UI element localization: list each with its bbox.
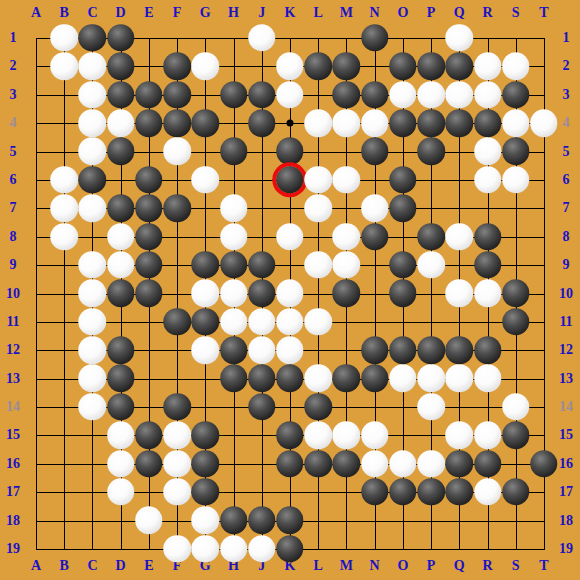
intersection-J6[interactable]	[248, 166, 276, 194]
intersection-M3[interactable]	[332, 81, 360, 109]
intersection-J18[interactable]	[248, 506, 276, 534]
intersection-H1[interactable]	[219, 24, 247, 52]
white-stone[interactable]	[361, 450, 389, 478]
black-stone[interactable]	[446, 53, 474, 81]
white-stone[interactable]	[50, 194, 78, 222]
intersection-D2[interactable]	[107, 52, 135, 80]
intersection-L4[interactable]	[304, 109, 332, 137]
intersection-J16[interactable]	[248, 449, 276, 477]
intersection-A6[interactable]	[22, 166, 50, 194]
intersection-S2[interactable]	[502, 52, 530, 80]
white-stone[interactable]	[107, 421, 135, 449]
intersection-H18[interactable]	[219, 506, 247, 534]
black-stone[interactable]	[107, 53, 135, 81]
intersection-F10[interactable]	[163, 279, 191, 307]
intersection-Q9[interactable]	[445, 251, 473, 279]
black-stone[interactable]	[135, 280, 163, 308]
black-stone[interactable]	[361, 138, 389, 166]
black-stone[interactable]	[163, 81, 191, 109]
black-stone[interactable]	[446, 478, 474, 506]
intersection-T12[interactable]	[530, 336, 558, 364]
black-stone[interactable]	[248, 365, 276, 393]
intersection-L18[interactable]	[304, 506, 332, 534]
intersection-B6[interactable]	[50, 166, 78, 194]
black-stone[interactable]	[135, 194, 163, 222]
intersection-C18[interactable]	[78, 506, 106, 534]
intersection-G8[interactable]	[191, 222, 219, 250]
intersection-H17[interactable]	[219, 478, 247, 506]
white-stone[interactable]	[417, 81, 445, 109]
intersection-K14[interactable]	[276, 393, 304, 421]
white-stone[interactable]	[333, 223, 361, 251]
intersection-H4[interactable]	[219, 109, 247, 137]
white-stone[interactable]	[220, 535, 248, 563]
black-stone[interactable]	[530, 450, 558, 478]
intersection-Q7[interactable]	[445, 194, 473, 222]
intersection-E15[interactable]	[135, 421, 163, 449]
white-stone[interactable]	[163, 478, 191, 506]
intersection-P1[interactable]	[417, 24, 445, 52]
intersection-A2[interactable]	[22, 52, 50, 80]
black-stone[interactable]	[333, 280, 361, 308]
intersection-T7[interactable]	[530, 194, 558, 222]
intersection-J8[interactable]	[248, 222, 276, 250]
black-stone[interactable]	[248, 251, 276, 279]
intersection-C16[interactable]	[78, 449, 106, 477]
intersection-T19[interactable]	[530, 535, 558, 563]
intersection-F5[interactable]	[163, 137, 191, 165]
black-stone[interactable]	[192, 109, 220, 137]
intersection-F2[interactable]	[163, 52, 191, 80]
intersection-N16[interactable]	[361, 449, 389, 477]
intersection-P10[interactable]	[417, 279, 445, 307]
intersection-L5[interactable]	[304, 137, 332, 165]
intersection-S19[interactable]	[502, 535, 530, 563]
black-stone[interactable]	[248, 109, 276, 137]
intersection-L6[interactable]	[304, 166, 332, 194]
white-stone[interactable]	[417, 365, 445, 393]
intersection-J13[interactable]	[248, 364, 276, 392]
black-stone[interactable]	[220, 251, 248, 279]
black-stone[interactable]	[192, 450, 220, 478]
white-stone[interactable]	[333, 421, 361, 449]
black-stone[interactable]	[248, 280, 276, 308]
black-stone[interactable]	[417, 336, 445, 364]
intersection-R12[interactable]	[473, 336, 501, 364]
intersection-K9[interactable]	[276, 251, 304, 279]
intersection-E11[interactable]	[135, 308, 163, 336]
white-stone[interactable]	[79, 53, 107, 81]
intersection-P3[interactable]	[417, 81, 445, 109]
intersection-B3[interactable]	[50, 81, 78, 109]
intersection-O12[interactable]	[389, 336, 417, 364]
intersection-J1[interactable]	[248, 24, 276, 52]
black-stone[interactable]	[474, 450, 502, 478]
intersection-J17[interactable]	[248, 478, 276, 506]
intersection-F4[interactable]	[163, 109, 191, 137]
intersection-D17[interactable]	[107, 478, 135, 506]
black-stone[interactable]	[135, 421, 163, 449]
intersection-Q18[interactable]	[445, 506, 473, 534]
white-stone[interactable]	[276, 81, 304, 109]
intersection-N4[interactable]	[361, 109, 389, 137]
white-stone[interactable]	[389, 81, 417, 109]
intersection-F11[interactable]	[163, 308, 191, 336]
intersection-G1[interactable]	[191, 24, 219, 52]
intersection-R3[interactable]	[473, 81, 501, 109]
intersection-E18[interactable]	[135, 506, 163, 534]
white-stone[interactable]	[220, 223, 248, 251]
intersection-B19[interactable]	[50, 535, 78, 563]
intersection-L19[interactable]	[304, 535, 332, 563]
intersection-D16[interactable]	[107, 449, 135, 477]
intersection-A17[interactable]	[22, 478, 50, 506]
intersection-R14[interactable]	[473, 393, 501, 421]
intersection-F6[interactable]	[163, 166, 191, 194]
intersection-H19[interactable]	[219, 535, 247, 563]
black-stone[interactable]	[107, 336, 135, 364]
intersection-P13[interactable]	[417, 364, 445, 392]
black-stone[interactable]	[417, 53, 445, 81]
black-stone[interactable]	[107, 365, 135, 393]
intersection-A9[interactable]	[22, 251, 50, 279]
intersection-G2[interactable]	[191, 52, 219, 80]
intersection-C6[interactable]	[78, 166, 106, 194]
intersection-J15[interactable]	[248, 421, 276, 449]
black-stone[interactable]	[163, 308, 191, 336]
intersection-O10[interactable]	[389, 279, 417, 307]
intersection-L14[interactable]	[304, 393, 332, 421]
intersection-N6[interactable]	[361, 166, 389, 194]
intersection-L3[interactable]	[304, 81, 332, 109]
black-stone[interactable]	[192, 478, 220, 506]
intersection-M13[interactable]	[332, 364, 360, 392]
intersection-M19[interactable]	[332, 535, 360, 563]
black-stone[interactable]	[276, 450, 304, 478]
intersection-N9[interactable]	[361, 251, 389, 279]
white-stone[interactable]	[220, 308, 248, 336]
intersection-P9[interactable]	[417, 251, 445, 279]
white-stone[interactable]	[192, 336, 220, 364]
white-stone[interactable]	[474, 53, 502, 81]
intersection-D11[interactable]	[107, 308, 135, 336]
white-stone[interactable]	[79, 194, 107, 222]
intersection-S16[interactable]	[502, 449, 530, 477]
intersection-T13[interactable]	[530, 364, 558, 392]
intersection-O3[interactable]	[389, 81, 417, 109]
intersection-K5[interactable]	[276, 137, 304, 165]
intersection-G10[interactable]	[191, 279, 219, 307]
intersection-A16[interactable]	[22, 449, 50, 477]
intersection-B13[interactable]	[50, 364, 78, 392]
black-stone[interactable]	[389, 53, 417, 81]
intersection-L9[interactable]	[304, 251, 332, 279]
intersection-E16[interactable]	[135, 449, 163, 477]
black-stone[interactable]	[135, 166, 163, 194]
black-stone[interactable]	[220, 138, 248, 166]
intersection-D18[interactable]	[107, 506, 135, 534]
intersection-O2[interactable]	[389, 52, 417, 80]
intersection-C19[interactable]	[78, 535, 106, 563]
white-stone[interactable]	[361, 194, 389, 222]
intersection-N7[interactable]	[361, 194, 389, 222]
intersection-T15[interactable]	[530, 421, 558, 449]
intersection-G4[interactable]	[191, 109, 219, 137]
intersection-A4[interactable]	[22, 109, 50, 137]
intersection-C1[interactable]	[78, 24, 106, 52]
intersection-N11[interactable]	[361, 308, 389, 336]
intersection-C7[interactable]	[78, 194, 106, 222]
intersection-B12[interactable]	[50, 336, 78, 364]
intersection-A7[interactable]	[22, 194, 50, 222]
intersection-M18[interactable]	[332, 506, 360, 534]
white-stone[interactable]	[446, 365, 474, 393]
intersection-N1[interactable]	[361, 24, 389, 52]
intersection-O17[interactable]	[389, 478, 417, 506]
intersection-E8[interactable]	[135, 222, 163, 250]
intersection-F7[interactable]	[163, 194, 191, 222]
intersection-D7[interactable]	[107, 194, 135, 222]
intersection-R13[interactable]	[473, 364, 501, 392]
intersection-Q8[interactable]	[445, 222, 473, 250]
intersection-K10[interactable]	[276, 279, 304, 307]
black-stone[interactable]	[502, 478, 530, 506]
intersection-S17[interactable]	[502, 478, 530, 506]
white-stone[interactable]	[304, 421, 332, 449]
intersection-H11[interactable]	[219, 308, 247, 336]
white-stone[interactable]	[79, 251, 107, 279]
intersection-T8[interactable]	[530, 222, 558, 250]
intersection-Q15[interactable]	[445, 421, 473, 449]
intersection-F14[interactable]	[163, 393, 191, 421]
white-stone[interactable]	[248, 336, 276, 364]
intersection-C2[interactable]	[78, 52, 106, 80]
intersection-P18[interactable]	[417, 506, 445, 534]
intersection-L8[interactable]	[304, 222, 332, 250]
intersection-T11[interactable]	[530, 308, 558, 336]
intersection-S9[interactable]	[502, 251, 530, 279]
black-stone[interactable]	[389, 166, 417, 194]
white-stone[interactable]	[474, 81, 502, 109]
black-stone[interactable]	[163, 393, 191, 421]
black-stone[interactable]	[474, 251, 502, 279]
intersection-A15[interactable]	[22, 421, 50, 449]
black-stone[interactable]	[502, 138, 530, 166]
white-stone[interactable]	[107, 450, 135, 478]
intersection-H2[interactable]	[219, 52, 247, 80]
white-stone[interactable]	[248, 535, 276, 563]
intersection-P8[interactable]	[417, 222, 445, 250]
white-stone[interactable]	[304, 308, 332, 336]
intersection-B15[interactable]	[50, 421, 78, 449]
intersection-M5[interactable]	[332, 137, 360, 165]
intersection-Q11[interactable]	[445, 308, 473, 336]
intersection-H5[interactable]	[219, 137, 247, 165]
intersection-L16[interactable]	[304, 449, 332, 477]
intersection-G19[interactable]	[191, 535, 219, 563]
intersection-J4[interactable]	[248, 109, 276, 137]
intersection-H6[interactable]	[219, 166, 247, 194]
intersection-T2[interactable]	[530, 52, 558, 80]
white-stone[interactable]	[107, 478, 135, 506]
intersection-T17[interactable]	[530, 478, 558, 506]
intersection-O5[interactable]	[389, 137, 417, 165]
intersection-C4[interactable]	[78, 109, 106, 137]
white-stone[interactable]	[361, 109, 389, 137]
intersection-F16[interactable]	[163, 449, 191, 477]
intersection-K8[interactable]	[276, 222, 304, 250]
intersection-Q13[interactable]	[445, 364, 473, 392]
intersection-M7[interactable]	[332, 194, 360, 222]
white-stone[interactable]	[50, 223, 78, 251]
intersection-C13[interactable]	[78, 364, 106, 392]
intersection-T1[interactable]	[530, 24, 558, 52]
white-stone[interactable]	[446, 81, 474, 109]
intersection-F1[interactable]	[163, 24, 191, 52]
white-stone[interactable]	[446, 24, 474, 52]
intersection-D15[interactable]	[107, 421, 135, 449]
intersection-Q1[interactable]	[445, 24, 473, 52]
intersection-D1[interactable]	[107, 24, 135, 52]
black-stone[interactable]	[333, 450, 361, 478]
intersection-O6[interactable]	[389, 166, 417, 194]
intersection-L17[interactable]	[304, 478, 332, 506]
intersection-K17[interactable]	[276, 478, 304, 506]
intersection-B2[interactable]	[50, 52, 78, 80]
black-stone[interactable]	[107, 24, 135, 52]
white-stone[interactable]	[474, 138, 502, 166]
intersection-O8[interactable]	[389, 222, 417, 250]
white-stone[interactable]	[304, 109, 332, 137]
white-stone[interactable]	[276, 308, 304, 336]
white-stone[interactable]	[163, 421, 191, 449]
intersection-A12[interactable]	[22, 336, 50, 364]
black-stone[interactable]	[361, 478, 389, 506]
intersection-N19[interactable]	[361, 535, 389, 563]
intersection-C17[interactable]	[78, 478, 106, 506]
white-stone[interactable]	[192, 535, 220, 563]
intersection-M2[interactable]	[332, 52, 360, 80]
intersection-A11[interactable]	[22, 308, 50, 336]
black-stone[interactable]	[135, 81, 163, 109]
black-stone[interactable]	[333, 53, 361, 81]
intersection-F18[interactable]	[163, 506, 191, 534]
intersection-F12[interactable]	[163, 336, 191, 364]
intersection-N8[interactable]	[361, 222, 389, 250]
intersection-N18[interactable]	[361, 506, 389, 534]
intersection-R17[interactable]	[473, 478, 501, 506]
intersection-K4[interactable]	[276, 109, 304, 137]
intersection-R4[interactable]	[473, 109, 501, 137]
intersection-R18[interactable]	[473, 506, 501, 534]
intersection-T5[interactable]	[530, 137, 558, 165]
white-stone[interactable]	[220, 194, 248, 222]
intersection-Q17[interactable]	[445, 478, 473, 506]
intersection-R15[interactable]	[473, 421, 501, 449]
intersection-S4[interactable]	[502, 109, 530, 137]
intersection-A18[interactable]	[22, 506, 50, 534]
intersection-B5[interactable]	[50, 137, 78, 165]
white-stone[interactable]	[474, 166, 502, 194]
intersection-E9[interactable]	[135, 251, 163, 279]
intersection-T16[interactable]	[530, 449, 558, 477]
intersection-D6[interactable]	[107, 166, 135, 194]
black-stone[interactable]	[276, 421, 304, 449]
intersection-F8[interactable]	[163, 222, 191, 250]
black-stone[interactable]	[474, 336, 502, 364]
black-stone[interactable]	[248, 507, 276, 535]
intersection-T3[interactable]	[530, 81, 558, 109]
intersection-F19[interactable]	[163, 535, 191, 563]
intersection-B17[interactable]	[50, 478, 78, 506]
intersection-R1[interactable]	[473, 24, 501, 52]
white-stone[interactable]	[276, 280, 304, 308]
intersection-N13[interactable]	[361, 364, 389, 392]
intersection-L12[interactable]	[304, 336, 332, 364]
black-stone[interactable]	[304, 393, 332, 421]
white-stone[interactable]	[446, 280, 474, 308]
intersection-G12[interactable]	[191, 336, 219, 364]
intersection-D13[interactable]	[107, 364, 135, 392]
black-stone[interactable]	[417, 223, 445, 251]
intersection-L11[interactable]	[304, 308, 332, 336]
white-stone[interactable]	[50, 53, 78, 81]
intersection-P15[interactable]	[417, 421, 445, 449]
black-stone[interactable]	[163, 194, 191, 222]
intersection-T6[interactable]	[530, 166, 558, 194]
intersection-F15[interactable]	[163, 421, 191, 449]
intersection-P19[interactable]	[417, 535, 445, 563]
intersection-P5[interactable]	[417, 137, 445, 165]
intersection-P17[interactable]	[417, 478, 445, 506]
white-stone[interactable]	[107, 223, 135, 251]
white-stone[interactable]	[502, 53, 530, 81]
intersection-N10[interactable]	[361, 279, 389, 307]
black-stone[interactable]	[135, 223, 163, 251]
black-stone[interactable]	[474, 109, 502, 137]
intersection-D14[interactable]	[107, 393, 135, 421]
intersection-P6[interactable]	[417, 166, 445, 194]
black-stone[interactable]	[276, 507, 304, 535]
black-stone[interactable]	[220, 365, 248, 393]
intersection-E14[interactable]	[135, 393, 163, 421]
white-stone[interactable]	[248, 308, 276, 336]
intersection-H10[interactable]	[219, 279, 247, 307]
intersection-E13[interactable]	[135, 364, 163, 392]
black-stone[interactable]	[79, 166, 107, 194]
intersection-J14[interactable]	[248, 393, 276, 421]
white-stone[interactable]	[474, 421, 502, 449]
intersection-E4[interactable]	[135, 109, 163, 137]
intersection-M12[interactable]	[332, 336, 360, 364]
intersection-G6[interactable]	[191, 166, 219, 194]
intersection-Q10[interactable]	[445, 279, 473, 307]
intersection-K19[interactable]	[276, 535, 304, 563]
intersection-G13[interactable]	[191, 364, 219, 392]
black-stone[interactable]	[192, 308, 220, 336]
intersection-C8[interactable]	[78, 222, 106, 250]
white-stone[interactable]	[192, 507, 220, 535]
intersection-M15[interactable]	[332, 421, 360, 449]
black-stone[interactable]	[361, 223, 389, 251]
black-stone[interactable]	[135, 251, 163, 279]
intersection-H8[interactable]	[219, 222, 247, 250]
intersection-A3[interactable]	[22, 81, 50, 109]
white-stone[interactable]	[276, 53, 304, 81]
black-stone[interactable]	[389, 109, 417, 137]
white-stone[interactable]	[304, 194, 332, 222]
black-stone[interactable]	[333, 365, 361, 393]
